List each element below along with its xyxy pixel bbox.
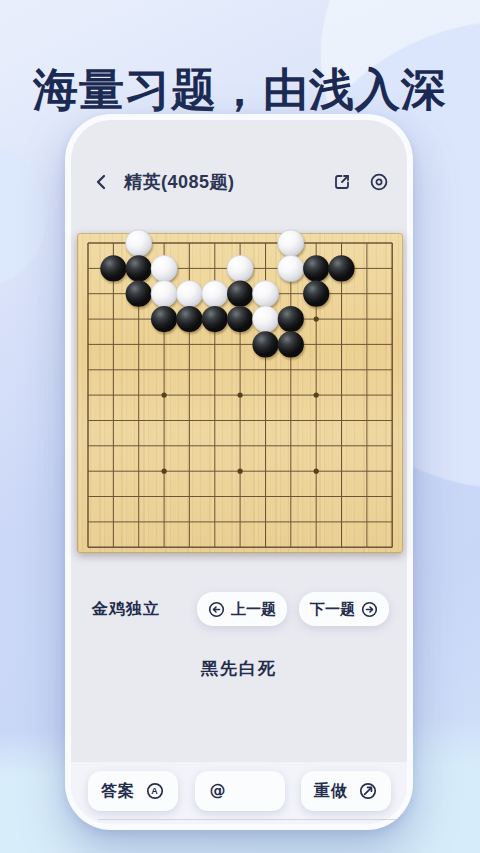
page-title: 海量习题，由浅入深	[0, 64, 480, 116]
redo-button[interactable]: 重做	[301, 771, 391, 811]
answer-label: 答案	[101, 781, 135, 802]
stone-white[interactable]	[202, 281, 228, 307]
stone-black[interactable]	[100, 255, 126, 281]
back-button[interactable]	[91, 171, 113, 193]
previous-problem-button[interactable]: 上一题	[197, 592, 287, 626]
arrow-right-circle-icon	[361, 601, 378, 618]
stone-black[interactable]	[227, 281, 253, 307]
stone-white[interactable]	[278, 255, 304, 281]
stone-black[interactable]	[252, 331, 278, 357]
stone-white[interactable]	[176, 281, 202, 307]
puzzle-info-row: 金鸡独立 上一题 下一题	[92, 592, 389, 626]
answer-button[interactable]: 答案 A	[88, 771, 178, 811]
svg-text:@: @	[209, 781, 226, 800]
app-header: 精英(4085题)	[91, 169, 390, 195]
stone-white[interactable]	[151, 255, 177, 281]
letter-a-circle-icon: A	[145, 781, 165, 801]
stone-white[interactable]	[227, 255, 253, 281]
at-sign-icon: @	[208, 781, 228, 801]
puzzle-name: 金鸡独立	[92, 599, 160, 620]
gear-icon	[368, 171, 390, 193]
arrow-left-circle-icon	[208, 601, 225, 618]
phone-mockup: 精英(4085题) 金鸡独立 上一题 下一题 黑先白	[65, 114, 413, 830]
stone-black[interactable]	[278, 331, 304, 357]
star-point	[162, 393, 167, 398]
action-buttons-row: 答案 A @ 重做	[88, 771, 391, 811]
redo-label: 重做	[314, 781, 348, 802]
star-point	[314, 317, 319, 322]
screen-bottom-edge	[98, 819, 402, 820]
next-problem-label: 下一题	[310, 600, 355, 619]
stone-black[interactable]	[303, 255, 329, 281]
stone-black[interactable]	[126, 255, 152, 281]
stone-black[interactable]	[202, 306, 228, 332]
next-problem-button[interactable]: 下一题	[299, 592, 389, 626]
star-point	[314, 393, 319, 398]
go-board[interactable]	[77, 233, 403, 553]
share-icon	[331, 171, 353, 193]
stone-white[interactable]	[252, 306, 278, 332]
share-button[interactable]	[331, 171, 353, 193]
stone-black[interactable]	[176, 306, 202, 332]
stone-black[interactable]	[227, 306, 253, 332]
stone-white[interactable]	[126, 230, 152, 256]
svg-text:A: A	[151, 786, 159, 796]
star-point	[162, 469, 167, 474]
star-point	[238, 469, 243, 474]
stone-black[interactable]	[303, 281, 329, 307]
collection-title: 精英(4085题)	[124, 170, 235, 194]
stone-black[interactable]	[278, 306, 304, 332]
research-button[interactable]: @	[195, 771, 285, 811]
stone-white[interactable]	[151, 281, 177, 307]
redo-arrow-circle-icon	[358, 781, 378, 801]
stone-white[interactable]	[278, 230, 304, 256]
puzzle-objective: 黑先白死	[71, 657, 407, 680]
star-point	[238, 393, 243, 398]
stone-black[interactable]	[126, 281, 152, 307]
stone-black[interactable]	[151, 306, 177, 332]
settings-button[interactable]	[368, 171, 390, 193]
previous-problem-label: 上一题	[231, 600, 276, 619]
star-point	[314, 469, 319, 474]
stone-black[interactable]	[328, 255, 354, 281]
stone-white[interactable]	[252, 281, 278, 307]
go-board-grid	[77, 233, 403, 553]
chevron-left-icon	[91, 171, 113, 193]
